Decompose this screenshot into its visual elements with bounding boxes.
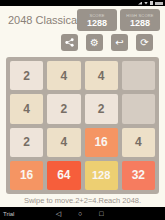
- android-nav-bar: Trial ◁ ○ □: [0, 207, 165, 220]
- trial-label: Trial: [3, 211, 14, 217]
- wifi-icon: [144, 2, 148, 5]
- score-box: SCORE 1288: [77, 9, 117, 31]
- settings-button[interactable]: ⚙: [86, 34, 103, 51]
- undo-icon: ↩: [115, 34, 123, 51]
- tile-4: 4: [122, 128, 155, 157]
- tile-4: 4: [85, 61, 118, 90]
- app-screen: 2048 Classical SCORE 1288 HIGH SCORE 128…: [0, 0, 165, 220]
- tile-32: 32: [122, 161, 155, 190]
- back-icon: ◁: [56, 210, 61, 217]
- tile-4: 4: [47, 61, 80, 90]
- home-icon: ○: [78, 210, 82, 217]
- game-board[interactable]: 24442224164166412832: [6, 57, 159, 194]
- high-score-value: 1288: [130, 18, 150, 28]
- tile-2: 2: [85, 94, 118, 123]
- nav-buttons: ◁ ○ □: [56, 207, 104, 220]
- tile-4: 4: [10, 94, 43, 123]
- empty-cell: [122, 61, 155, 90]
- page-title: 2048 Classical: [8, 14, 80, 26]
- cell-signal-icon: [138, 2, 142, 5]
- status-clock: [155, 2, 163, 5]
- battery-icon: [150, 1, 153, 5]
- toolbar: ⚙ ↩ ⟳: [61, 34, 153, 51]
- score-panel: SCORE 1288 HIGH SCORE 1288: [77, 9, 160, 31]
- high-score-box: HIGH SCORE 1288: [120, 9, 160, 31]
- tile-2: 2: [10, 128, 43, 157]
- hint-text: Swipe to move.2+2=4.Reach 2048.: [0, 196, 165, 205]
- share-icon: [65, 38, 74, 47]
- status-bar: [0, 0, 165, 6]
- back-button[interactable]: ◁: [56, 207, 61, 220]
- gear-icon: ⚙: [90, 34, 99, 51]
- tile-16: 16: [10, 161, 43, 190]
- score-value: 1288: [87, 18, 107, 28]
- restart-button[interactable]: ⟳: [136, 34, 153, 51]
- empty-cell: [122, 94, 155, 123]
- recents-button[interactable]: □: [99, 207, 103, 220]
- share-button[interactable]: [61, 34, 78, 51]
- restart-icon: ⟳: [140, 34, 148, 51]
- tile-2: 2: [10, 61, 43, 90]
- undo-button[interactable]: ↩: [111, 34, 128, 51]
- tile-4: 4: [47, 128, 80, 157]
- recents-icon: □: [99, 210, 103, 217]
- tile-64: 64: [47, 161, 80, 190]
- tile-16: 16: [85, 128, 118, 157]
- tile-128: 128: [85, 161, 118, 190]
- home-button[interactable]: ○: [78, 207, 82, 220]
- tile-2: 2: [47, 94, 80, 123]
